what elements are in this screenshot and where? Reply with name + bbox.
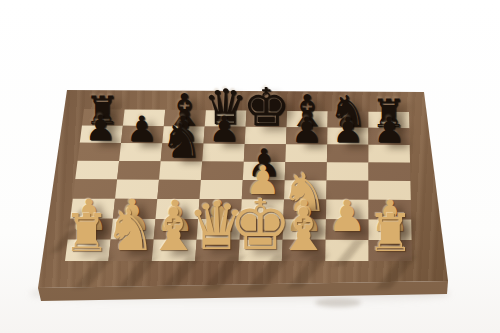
- piece-black-pawn-h7[interactable]: ♟: [373, 114, 404, 149]
- pieces-layer: ♜♝♛♚♝♞♜♟♟♟♟♟♟♟♞♟♟♞♟♟♟♟♟♟♟♜♞♝♛♚♝♜: [0, 0, 500, 333]
- piece-white-rook-a1[interactable]: ♜: [63, 207, 110, 259]
- chessboard-photo: ♜♝♛♚♝♞♜♟♟♟♟♟♟♟♞♟♟♞♟♟♟♟♟♟♟♜♞♝♛♚♝♜: [0, 0, 500, 333]
- piece-black-king-e8[interactable]: ♚: [243, 80, 290, 132]
- piece-black-pawn-a7[interactable]: ♟: [85, 112, 116, 147]
- piece-black-pawn-b7[interactable]: ♟: [126, 112, 157, 147]
- piece-white-bishop-f1[interactable]: ♝: [277, 200, 330, 259]
- piece-black-pawn-d7[interactable]: ♟: [208, 112, 239, 147]
- piece-black-knight-c6[interactable]: ♞: [161, 118, 203, 165]
- piece-white-rook-h1[interactable]: ♜: [367, 207, 414, 259]
- piece-black-pawn-f7[interactable]: ♟: [291, 113, 322, 148]
- piece-white-pawn-g2[interactable]: ♟: [328, 195, 367, 238]
- piece-black-pawn-g7[interactable]: ♟: [332, 113, 363, 148]
